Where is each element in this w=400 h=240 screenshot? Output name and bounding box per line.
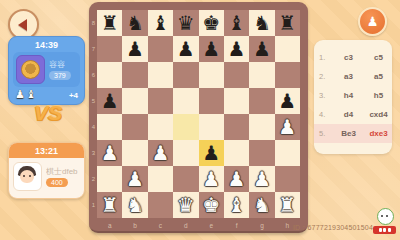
- square-e3[interactable]: ♟: [199, 140, 224, 166]
- black-piece-h8[interactable]: ♜: [278, 13, 296, 33]
- file-label: c: [148, 222, 173, 229]
- pawn-profile-icon: ♟: [367, 15, 379, 28]
- square-c6[interactable]: [148, 62, 173, 88]
- rank-label: 5: [90, 88, 97, 114]
- black-piece-d7[interactable]: ♟: [177, 39, 195, 59]
- back-arrow-icon: [18, 19, 27, 31]
- black-piece-a5[interactable]: ♟: [101, 91, 119, 111]
- black-piece-c8[interactable]: ♝: [151, 13, 169, 33]
- move-row-3[interactable]: 3.h4h5: [314, 86, 392, 105]
- white-piece-f1[interactable]: ♝: [228, 195, 246, 215]
- square-f2[interactable]: ♟: [224, 166, 249, 192]
- white-piece-e1[interactable]: ♚: [202, 195, 220, 215]
- square-g4[interactable]: [249, 114, 274, 140]
- opponent-info: 容容 379: [13, 52, 80, 87]
- captured-pieces: ♟♝: [15, 89, 37, 101]
- white-move[interactable]: h4: [335, 91, 362, 100]
- square-e4[interactable]: [199, 114, 224, 140]
- square-g7[interactable]: ♟: [249, 36, 274, 62]
- white-piece-a1[interactable]: ♜: [101, 195, 119, 215]
- square-a3[interactable]: ♟: [97, 140, 122, 166]
- rank-labels: 87654321: [90, 10, 97, 218]
- white-piece-g1[interactable]: ♞: [253, 195, 271, 215]
- square-d7[interactable]: ♟: [173, 36, 198, 62]
- square-b1[interactable]: ♞: [122, 192, 147, 218]
- square-h1[interactable]: ♜: [275, 192, 300, 218]
- captured-row: ♟♝ +4: [9, 87, 84, 101]
- board-frame: 87654321 ♜♞♝♛♚♝♞♜♟♟♟♟♟♟♟♟♟♟♟♟♟♟♟♜♞♛♚♝♞♜ …: [89, 2, 308, 233]
- white-piece-f2[interactable]: ♟: [228, 169, 246, 189]
- square-f1[interactable]: ♝: [224, 192, 249, 218]
- move-row-4[interactable]: 4.d4cxd4: [314, 105, 392, 124]
- square-e5[interactable]: [199, 88, 224, 114]
- file-label: d: [173, 222, 198, 229]
- black-piece-f7[interactable]: ♟: [228, 39, 246, 59]
- square-a2[interactable]: [97, 166, 122, 192]
- captured-piece-icon: ♝: [26, 89, 36, 101]
- opponent-name: 容容: [49, 60, 71, 69]
- white-piece-h1[interactable]: ♜: [278, 195, 296, 215]
- square-b3[interactable]: [122, 140, 147, 166]
- black-piece-d8[interactable]: ♛: [177, 13, 195, 33]
- white-piece-h4[interactable]: ♟: [278, 117, 296, 137]
- rank-label: 7: [90, 36, 97, 62]
- rank-label: 3: [90, 140, 97, 166]
- file-label: g: [249, 222, 274, 229]
- square-e2[interactable]: ♟: [199, 166, 224, 192]
- square-d1[interactable]: ♛: [173, 192, 198, 218]
- mascot-icon: [377, 208, 394, 225]
- profile-button[interactable]: ♟: [358, 7, 387, 36]
- rank-label: 2: [90, 166, 97, 192]
- move-number[interactable]: 2.: [319, 72, 335, 81]
- rank-label: 4: [90, 114, 97, 140]
- square-h3[interactable]: [275, 140, 300, 166]
- app-logo: [373, 208, 397, 238]
- square-a4[interactable]: [97, 114, 122, 140]
- logo-banner: [373, 226, 396, 234]
- white-move[interactable]: c3: [335, 53, 362, 62]
- square-b4[interactable]: [122, 114, 147, 140]
- square-a8[interactable]: ♜: [97, 10, 122, 36]
- square-d4[interactable]: [173, 114, 198, 140]
- black-piece-a8[interactable]: ♜: [101, 13, 119, 33]
- opponent-rating-badge: 379: [49, 71, 71, 80]
- square-g8[interactable]: ♞: [249, 10, 274, 36]
- black-piece-e7[interactable]: ♟: [202, 39, 220, 59]
- square-c3[interactable]: ♟: [148, 140, 173, 166]
- black-move[interactable]: cxd4: [362, 110, 392, 119]
- white-piece-g2[interactable]: ♟: [253, 169, 271, 189]
- file-label: e: [199, 222, 224, 229]
- square-h4[interactable]: ♟: [275, 114, 300, 140]
- square-d5[interactable]: [173, 88, 198, 114]
- opponent-avatar[interactable]: [16, 55, 45, 84]
- square-e6[interactable]: [199, 62, 224, 88]
- square-h8[interactable]: ♜: [275, 10, 300, 36]
- square-h6[interactable]: [275, 62, 300, 88]
- rank-label: 1: [90, 192, 97, 218]
- material-advantage: +4: [69, 91, 78, 100]
- black-piece-g8[interactable]: ♞: [253, 13, 271, 33]
- opponent-card[interactable]: 14:39 容容 379 ♟♝ +4: [8, 36, 85, 105]
- square-g6[interactable]: [249, 62, 274, 88]
- white-piece-d1[interactable]: ♛: [177, 195, 195, 215]
- square-d2[interactable]: [173, 166, 198, 192]
- white-move[interactable]: d4: [335, 110, 362, 119]
- white-move[interactable]: Be3: [335, 129, 362, 138]
- move-row-2[interactable]: 2.a3a5: [314, 67, 392, 86]
- square-a7[interactable]: [97, 36, 122, 62]
- black-piece-h5[interactable]: ♟: [278, 91, 296, 111]
- move-number[interactable]: 4.: [319, 110, 335, 119]
- captured-piece-icon: ♟: [15, 89, 25, 101]
- move-row-1[interactable]: 1.c3c5: [314, 48, 392, 67]
- avatar-eye: [23, 175, 25, 177]
- player-card[interactable]: 13:21 棋士dfeb 400: [8, 142, 85, 199]
- file-labels: abcdefgh: [97, 222, 300, 229]
- square-e1[interactable]: ♚: [199, 192, 224, 218]
- black-piece-b8[interactable]: ♞: [126, 13, 144, 33]
- square-f6[interactable]: [224, 62, 249, 88]
- square-c7[interactable]: [148, 36, 173, 62]
- black-move[interactable]: c5: [362, 53, 392, 62]
- square-b5[interactable]: [122, 88, 147, 114]
- black-move[interactable]: a5: [362, 72, 392, 81]
- game-screen: { "game": { "name": "chess", "position":…: [0, 0, 400, 240]
- opponent-clock: 14:39: [9, 37, 84, 50]
- square-d6[interactable]: [173, 62, 198, 88]
- white-move[interactable]: a3: [335, 72, 362, 81]
- game-id: ID：6777219304501504: [293, 223, 373, 233]
- move-list-panel: 1.c3c52.a3a53.h4h54.d4cxd45.Be3dxe3: [314, 40, 392, 154]
- square-c2[interactable]: [148, 166, 173, 192]
- file-label: b: [122, 222, 147, 229]
- square-b7[interactable]: ♟: [122, 36, 147, 62]
- move-number[interactable]: 1.: [319, 53, 335, 62]
- square-f3[interactable]: [224, 140, 249, 166]
- square-h2[interactable]: [275, 166, 300, 192]
- square-c5[interactable]: [148, 88, 173, 114]
- square-f5[interactable]: [224, 88, 249, 114]
- square-f4[interactable]: [224, 114, 249, 140]
- black-piece-g7[interactable]: ♟: [253, 39, 271, 59]
- square-d8[interactable]: ♛: [173, 10, 198, 36]
- avatar-eye: [29, 175, 31, 177]
- square-e8[interactable]: ♚: [199, 10, 224, 36]
- square-a6[interactable]: [97, 62, 122, 88]
- rank-label: 8: [90, 10, 97, 36]
- square-g1[interactable]: ♞: [249, 192, 274, 218]
- file-label: f: [224, 222, 249, 229]
- player-clock: 13:21: [9, 143, 84, 158]
- square-c8[interactable]: ♝: [148, 10, 173, 36]
- avatar-face: [20, 170, 34, 183]
- square-b6[interactable]: [122, 62, 147, 88]
- black-move[interactable]: dxe3: [362, 129, 392, 138]
- square-a5[interactable]: ♟: [97, 88, 122, 114]
- white-piece-b2[interactable]: ♟: [126, 169, 144, 189]
- square-b8[interactable]: ♞: [122, 10, 147, 36]
- rank-label: 6: [90, 62, 97, 88]
- square-g5[interactable]: [249, 88, 274, 114]
- black-piece-e8[interactable]: ♚: [202, 13, 220, 33]
- square-e7[interactable]: ♟: [199, 36, 224, 62]
- vs-badge: VS: [22, 101, 74, 125]
- white-piece-e2[interactable]: ♟: [202, 169, 220, 189]
- black-move[interactable]: h5: [362, 91, 392, 100]
- square-h5[interactable]: ♟: [275, 88, 300, 114]
- avatar-emblem-icon: [21, 60, 40, 79]
- square-d3[interactable]: [173, 140, 198, 166]
- white-piece-b1[interactable]: ♞: [126, 195, 144, 215]
- black-piece-b7[interactable]: ♟: [126, 39, 144, 59]
- white-piece-a3[interactable]: ♟: [101, 143, 119, 163]
- player-rating-badge: 400: [46, 178, 68, 187]
- player-avatar[interactable]: [13, 162, 42, 191]
- chess-board[interactable]: ♜♞♝♛♚♝♞♜♟♟♟♟♟♟♟♟♟♟♟♟♟♟♟♜♞♛♚♝♞♜: [97, 10, 300, 218]
- move-list: 1.c3c52.a3a53.h4h54.d4cxd45.Be3dxe3: [314, 48, 392, 143]
- square-g3[interactable]: [249, 140, 274, 166]
- player-name: 棋士dfeb: [46, 167, 78, 176]
- black-piece-e3[interactable]: ♟: [202, 143, 220, 163]
- white-piece-c3[interactable]: ♟: [151, 143, 169, 163]
- square-f7[interactable]: ♟: [224, 36, 249, 62]
- square-a1[interactable]: ♜: [97, 192, 122, 218]
- square-h7[interactable]: [275, 36, 300, 62]
- move-number[interactable]: 3.: [319, 91, 335, 100]
- player-info: 棋士dfeb 400: [9, 158, 84, 195]
- file-label: a: [97, 222, 122, 229]
- black-piece-f8[interactable]: ♝: [228, 13, 246, 33]
- square-g2[interactable]: ♟: [249, 166, 274, 192]
- move-number[interactable]: 5.: [319, 129, 335, 138]
- square-f8[interactable]: ♝: [224, 10, 249, 36]
- square-c1[interactable]: [148, 192, 173, 218]
- square-c4[interactable]: [148, 114, 173, 140]
- square-b2[interactable]: ♟: [122, 166, 147, 192]
- move-row-5[interactable]: 5.Be3dxe3: [314, 124, 392, 143]
